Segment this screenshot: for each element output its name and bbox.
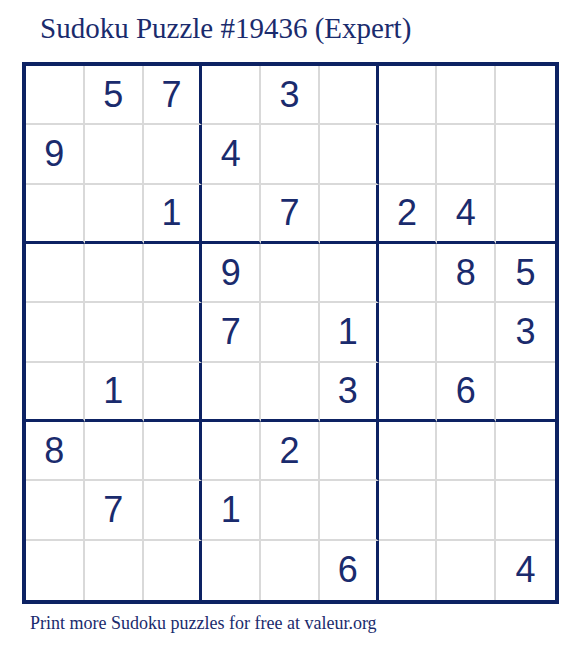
sudoku-cell-r1c6[interactable] [320,66,379,125]
sudoku-cell-r1c2[interactable]: 5 [85,66,144,125]
sudoku-cell-r8c3[interactable] [144,481,203,540]
sudoku-cell-r8c6[interactable] [320,481,379,540]
sudoku-cell-r2c5[interactable] [261,125,320,184]
sudoku-cell-r2c2[interactable] [85,125,144,184]
sudoku-cell-r8c4[interactable]: 1 [202,481,261,540]
sudoku-cell-r6c8[interactable]: 6 [437,363,496,422]
sudoku-cell-r4c7[interactable] [379,244,438,303]
sudoku-cell-r9c3[interactable] [144,541,203,600]
sudoku-cell-r9c7[interactable] [379,541,438,600]
sudoku-cell-r7c9[interactable] [496,422,555,481]
sudoku-cell-r2c6[interactable] [320,125,379,184]
page-title: Sudoku Puzzle #19436 (Expert) [40,12,411,45]
sudoku-cell-r8c2[interactable]: 7 [85,481,144,540]
sudoku-cell-r6c2[interactable]: 1 [85,363,144,422]
sudoku-cell-r9c8[interactable] [437,541,496,600]
sudoku-cell-r4c9[interactable]: 5 [496,244,555,303]
sudoku-cell-r2c8[interactable] [437,125,496,184]
sudoku-cell-r4c2[interactable] [85,244,144,303]
sudoku-cell-r3c7[interactable]: 2 [379,185,438,244]
sudoku-cell-r9c2[interactable] [85,541,144,600]
sudoku-cell-r8c7[interactable] [379,481,438,540]
sudoku-cell-r7c4[interactable] [202,422,261,481]
sudoku-cell-r1c4[interactable] [202,66,261,125]
sudoku-cell-r9c4[interactable] [202,541,261,600]
sudoku-page: Sudoku Puzzle #19436 (Expert) 5739417249… [0,0,580,651]
sudoku-grid: 573941724985713136827164 [22,62,559,604]
sudoku-cell-r4c1[interactable] [26,244,85,303]
sudoku-cell-r4c5[interactable] [261,244,320,303]
sudoku-cell-r4c4[interactable]: 9 [202,244,261,303]
sudoku-cell-r9c6[interactable]: 6 [320,541,379,600]
sudoku-cell-r5c8[interactable] [437,303,496,362]
sudoku-cell-r8c9[interactable] [496,481,555,540]
sudoku-cell-r7c8[interactable] [437,422,496,481]
sudoku-cell-r5c7[interactable] [379,303,438,362]
sudoku-cell-r9c5[interactable] [261,541,320,600]
sudoku-cell-r7c2[interactable] [85,422,144,481]
sudoku-cell-r7c1[interactable]: 8 [26,422,85,481]
sudoku-cell-r9c1[interactable] [26,541,85,600]
sudoku-cell-r6c6[interactable]: 3 [320,363,379,422]
sudoku-cell-r2c4[interactable]: 4 [202,125,261,184]
sudoku-cell-r8c5[interactable] [261,481,320,540]
sudoku-cell-r4c3[interactable] [144,244,203,303]
sudoku-cell-r3c2[interactable] [85,185,144,244]
sudoku-cell-r2c9[interactable] [496,125,555,184]
sudoku-cell-r1c7[interactable] [379,66,438,125]
sudoku-cell-r6c3[interactable] [144,363,203,422]
sudoku-cell-r3c4[interactable] [202,185,261,244]
sudoku-cell-r3c1[interactable] [26,185,85,244]
sudoku-cell-r5c9[interactable]: 3 [496,303,555,362]
sudoku-cell-r2c3[interactable] [144,125,203,184]
sudoku-cell-r8c8[interactable] [437,481,496,540]
sudoku-cell-r6c5[interactable] [261,363,320,422]
footer-text: Print more Sudoku puzzles for free at va… [30,613,377,634]
sudoku-cell-r5c3[interactable] [144,303,203,362]
sudoku-cell-r1c1[interactable] [26,66,85,125]
sudoku-cell-r3c3[interactable]: 1 [144,185,203,244]
sudoku-cell-r6c9[interactable] [496,363,555,422]
sudoku-cell-r7c6[interactable] [320,422,379,481]
sudoku-cell-r5c6[interactable]: 1 [320,303,379,362]
sudoku-cell-r7c5[interactable]: 2 [261,422,320,481]
sudoku-cell-r3c5[interactable]: 7 [261,185,320,244]
sudoku-cell-r6c7[interactable] [379,363,438,422]
sudoku-cell-r9c9[interactable]: 4 [496,541,555,600]
sudoku-cell-r2c1[interactable]: 9 [26,125,85,184]
sudoku-cell-r7c7[interactable] [379,422,438,481]
sudoku-cell-r6c4[interactable] [202,363,261,422]
sudoku-cell-r3c6[interactable] [320,185,379,244]
sudoku-cell-r5c5[interactable] [261,303,320,362]
sudoku-cell-r3c8[interactable]: 4 [437,185,496,244]
sudoku-cell-r4c8[interactable]: 8 [437,244,496,303]
sudoku-cell-r5c2[interactable] [85,303,144,362]
sudoku-cell-r1c9[interactable] [496,66,555,125]
sudoku-cell-r3c9[interactable] [496,185,555,244]
sudoku-cell-r2c7[interactable] [379,125,438,184]
sudoku-cell-r6c1[interactable] [26,363,85,422]
sudoku-cell-r8c1[interactable] [26,481,85,540]
sudoku-cell-r5c4[interactable]: 7 [202,303,261,362]
sudoku-cell-r1c5[interactable]: 3 [261,66,320,125]
sudoku-cell-r1c3[interactable]: 7 [144,66,203,125]
sudoku-cell-r7c3[interactable] [144,422,203,481]
sudoku-cell-r4c6[interactable] [320,244,379,303]
sudoku-cell-r1c8[interactable] [437,66,496,125]
sudoku-cell-r5c1[interactable] [26,303,85,362]
